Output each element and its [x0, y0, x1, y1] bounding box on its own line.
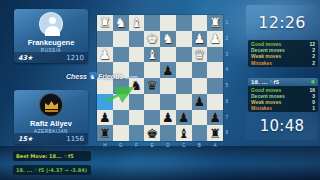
rank-label: 3	[226, 47, 234, 63]
square-d6[interactable]	[160, 94, 176, 110]
white-avatar-icon	[39, 12, 63, 36]
white-rook[interactable]: ♜	[99, 16, 111, 29]
black-rating-strip: 15★ 1156	[14, 133, 88, 144]
square-h6[interactable]	[97, 94, 113, 110]
square-g1[interactable]: ♞	[113, 15, 129, 31]
square-e7[interactable]	[144, 110, 160, 126]
file-labels: HGFEDCBA	[97, 143, 223, 148]
stat-value: 2	[312, 60, 315, 66]
square-c5[interactable]	[176, 78, 192, 94]
file-label: E	[144, 143, 160, 148]
square-d4[interactable]: ♟	[160, 62, 176, 78]
square-f8[interactable]	[129, 125, 145, 141]
file-label: B	[192, 143, 208, 148]
black-pawn[interactable]: ♟	[209, 111, 221, 124]
stat-label: Good moves	[251, 87, 281, 93]
square-e3[interactable]: ♝	[144, 47, 160, 63]
black-pawn[interactable]: ♟	[162, 111, 174, 124]
avatar-body-shape	[45, 26, 60, 36]
square-a2[interactable]: ♟	[207, 31, 223, 47]
square-b1[interactable]	[192, 15, 208, 31]
stat-label: Weak moves	[251, 99, 281, 105]
stat-row: Mistakes2	[248, 60, 318, 66]
square-a8[interactable]: ♜	[207, 125, 223, 141]
square-c2[interactable]	[176, 31, 192, 47]
square-b3[interactable]: ♛	[192, 47, 208, 63]
square-h8[interactable]: ♜	[97, 125, 113, 141]
player-card-white: Frankeugene RUSSIA 43★ 1210	[14, 9, 88, 63]
black-king[interactable]: ♚	[146, 127, 158, 140]
square-d3[interactable]	[160, 47, 176, 63]
square-c4[interactable]	[176, 62, 192, 78]
white-move-stats-panel: Good moves12Decent moves2Weak moves2Mist…	[248, 40, 318, 67]
played-move-text: 18. ... ♘f5 (-4.37 → -3.84)	[16, 167, 87, 173]
black-rook[interactable]: ♜	[99, 127, 111, 140]
logo-word-chess: Chess	[66, 73, 87, 80]
square-g8[interactable]	[113, 125, 129, 141]
player-card-black: Rafiz Aliyev AZERBAIJAN 15★ 1156	[14, 90, 88, 144]
square-b2[interactable]: ♟	[192, 31, 208, 47]
black-queen[interactable]: ♛	[146, 79, 158, 92]
stat-label: Decent moves	[251, 93, 285, 99]
black-bishop[interactable]: ♝	[178, 127, 190, 140]
black-star-count: 15★	[18, 135, 33, 143]
white-player-name: Frankeugene	[14, 38, 88, 47]
white-king[interactable]: ♚	[146, 32, 158, 45]
square-g2[interactable]	[113, 31, 129, 47]
rank-label: 6	[226, 94, 234, 110]
stat-value: 16	[309, 87, 315, 93]
square-a6[interactable]	[207, 94, 223, 110]
white-rook[interactable]: ♜	[209, 16, 221, 29]
square-a7[interactable]: ♟	[207, 110, 223, 126]
rank-label: 4	[226, 62, 234, 78]
black-rating: 1156	[66, 135, 84, 143]
white-rating: 1210	[66, 54, 84, 62]
square-b7[interactable]	[192, 110, 208, 126]
crown-base-shape	[45, 110, 58, 112]
crown-icon	[45, 101, 58, 109]
file-label: G	[113, 143, 129, 148]
square-c3[interactable]	[176, 47, 192, 63]
square-a3[interactable]	[207, 47, 223, 63]
white-rating-strip: 43★ 1210	[14, 52, 88, 63]
file-label: D	[160, 143, 176, 148]
square-e2[interactable]: ♚	[144, 31, 160, 47]
square-d8[interactable]	[160, 125, 176, 141]
square-b8[interactable]	[192, 125, 208, 141]
white-bishop[interactable]: ♝	[131, 16, 143, 29]
rank-label: 5	[226, 78, 234, 94]
black-pawn[interactable]: ♟	[162, 64, 174, 77]
stat-value: 12	[309, 41, 315, 47]
square-d5[interactable]	[160, 78, 176, 94]
stat-label: Mistakes	[251, 60, 272, 66]
played-move-panel: 18. ... ♘f5 (-4.37 → -3.84)	[13, 165, 91, 175]
square-b6[interactable]: ♟	[192, 94, 208, 110]
black-clock: 10:48	[260, 117, 305, 135]
best-move-text: Best Move: 18... ♘f5	[16, 153, 74, 159]
white-clock-panel: 12:26	[246, 5, 318, 39]
current-move-label: 18. ... ♘f5	[251, 79, 279, 85]
black-move-stats-panel: Good moves16Decent moves3Weak moves0Mist…	[248, 86, 318, 113]
stat-value: 0	[312, 99, 315, 105]
square-f3[interactable]	[129, 47, 145, 63]
chessfriends-logo: Chess ♞ Friends .com	[66, 71, 138, 82]
stat-value: 1	[312, 105, 315, 111]
square-a1[interactable]: ♜	[207, 15, 223, 31]
white-knight[interactable]: ♞	[162, 32, 174, 45]
black-clock-panel: 10:48	[246, 112, 318, 140]
square-h2[interactable]	[97, 31, 113, 47]
file-label: F	[129, 143, 145, 148]
black-rook[interactable]: ♜	[209, 127, 221, 140]
file-label: A	[207, 143, 223, 148]
stat-value: 3	[312, 93, 315, 99]
game-analysis-screen: Frankeugene RUSSIA 43★ 1210 Rafiz Aliyev…	[0, 0, 320, 180]
white-knight[interactable]: ♞	[115, 16, 127, 29]
rank-label: 8	[226, 125, 234, 141]
file-label: H	[97, 143, 113, 148]
black-pawn[interactable]: ♟	[194, 95, 206, 108]
white-star-count: 43★	[18, 54, 33, 62]
stat-label: Mistakes	[251, 105, 272, 111]
white-pawn[interactable]: ♟	[209, 32, 221, 45]
knight-badge-icon: ♞	[89, 72, 97, 81]
square-g7[interactable]	[113, 110, 129, 126]
black-pawn[interactable]: ♟	[178, 111, 190, 124]
square-f1[interactable]: ♝	[129, 15, 145, 31]
square-e5[interactable]: ♛	[144, 78, 160, 94]
rank-label: 2	[226, 31, 234, 47]
square-d1[interactable]	[160, 15, 176, 31]
rank-label: 7	[226, 110, 234, 126]
square-f7[interactable]	[129, 110, 145, 126]
stat-label: Decent moves	[251, 47, 285, 53]
white-clock: 12:26	[258, 13, 306, 32]
avatar-head-shape	[49, 17, 56, 24]
square-c7[interactable]: ♟	[176, 110, 192, 126]
square-h7[interactable]: ♟	[97, 110, 113, 126]
file-label: C	[176, 143, 192, 148]
square-h3[interactable]: ♟	[97, 47, 113, 63]
square-f6[interactable]	[129, 94, 145, 110]
square-e6[interactable]	[144, 94, 160, 110]
rank-label: 1	[226, 15, 234, 31]
square-c1[interactable]	[176, 15, 192, 31]
white-bishop[interactable]: ♝	[146, 48, 158, 61]
square-e1[interactable]	[144, 15, 160, 31]
stat-value: 2	[312, 47, 315, 53]
stat-label: Good moves	[251, 41, 281, 47]
square-a5[interactable]	[207, 78, 223, 94]
current-move-header[interactable]: 18. ... ♘f5 ●	[248, 78, 318, 86]
white-pawn[interactable]: ♟	[194, 32, 206, 45]
rank-labels: 12345678	[226, 15, 234, 141]
square-f2[interactable]	[129, 31, 145, 47]
black-pawn[interactable]: ♟	[99, 111, 111, 124]
square-e8[interactable]: ♚	[144, 125, 160, 141]
square-b5[interactable]	[192, 78, 208, 94]
logo-word-friends: Friends	[98, 73, 123, 80]
square-g3[interactable]	[113, 47, 129, 63]
black-avatar-icon	[39, 93, 63, 117]
stat-label: Weak moves	[251, 53, 281, 59]
square-g6[interactable]	[113, 94, 129, 110]
stat-value: 2	[312, 53, 315, 59]
logo-word-com: .com	[125, 74, 138, 80]
square-b4[interactable]	[192, 62, 208, 78]
best-move-panel: Best Move: 18... ♘f5	[13, 151, 91, 161]
stat-row: Mistakes1	[248, 105, 318, 111]
square-h1[interactable]: ♜	[97, 15, 113, 31]
square-d2[interactable]: ♞	[160, 31, 176, 47]
square-c6[interactable]	[176, 94, 192, 110]
square-a4[interactable]	[207, 62, 223, 78]
white-queen[interactable]: ♛	[194, 48, 206, 61]
move-quality-dot: ●	[311, 79, 315, 84]
badge-glyph: ♞	[90, 73, 95, 80]
black-player-name: Rafiz Aliyev	[14, 119, 88, 128]
square-d7[interactable]: ♟	[160, 110, 176, 126]
square-c8[interactable]: ♝	[176, 125, 192, 141]
white-pawn[interactable]: ♟	[99, 48, 111, 61]
square-e4[interactable]	[144, 62, 160, 78]
